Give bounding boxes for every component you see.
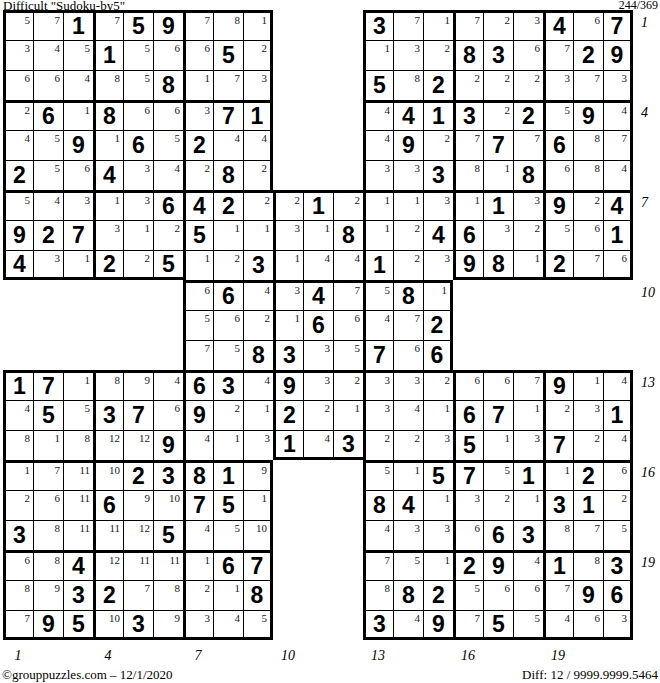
cell-r15-c4[interactable]: 12: [93, 430, 123, 460]
cell-r9-c8[interactable]: 2: [213, 250, 243, 280]
cell-r21-c4[interactable]: 10: [93, 610, 123, 640]
cell-r21-c7[interactable]: 3: [183, 610, 213, 640]
cell-r21-c8[interactable]: 4: [213, 610, 243, 640]
cell-r15-c16[interactable]: 5: [453, 430, 483, 460]
cell-r21-c9[interactable]: 5: [243, 610, 273, 640]
cell-r3-c19[interactable]: 3: [543, 70, 573, 100]
cell-r15-c14[interactable]: 2: [393, 430, 423, 460]
cell-r5-c6[interactable]: 5: [153, 130, 183, 160]
cell-r4-c8[interactable]: 7: [213, 100, 243, 130]
cell-r8-c7[interactable]: 5: [183, 220, 213, 250]
cell-r12-c7[interactable]: 7: [183, 340, 213, 370]
cell-r18-c4[interactable]: 11: [93, 520, 123, 550]
cell-r17-c19[interactable]: 3: [543, 490, 573, 520]
cell-r7-c12[interactable]: 2: [333, 190, 363, 220]
cell-r18-c14[interactable]: 3: [393, 520, 423, 550]
cell-r5-c19[interactable]: 6: [543, 130, 573, 160]
cell-r17-c16[interactable]: 3: [453, 490, 483, 520]
cell-r19-c13[interactable]: 7: [363, 550, 393, 580]
cell-r8-c17[interactable]: 3: [483, 220, 513, 250]
cell-r9-c6[interactable]: 5: [153, 250, 183, 280]
cell-r3-c16[interactable]: 2: [453, 70, 483, 100]
cell-r16-c19[interactable]: 1: [543, 460, 573, 490]
cell-r9-c21[interactable]: 6: [603, 250, 633, 280]
cell-r7-c13[interactable]: 1: [363, 190, 393, 220]
cell-r17-c8[interactable]: 5: [213, 490, 243, 520]
cell-r1-c1[interactable]: 5: [3, 10, 33, 40]
cell-r10-c12[interactable]: 7: [333, 280, 363, 310]
cell-r2-c15[interactable]: 2: [423, 40, 453, 70]
cell-r13-c15[interactable]: 2: [423, 370, 453, 400]
cell-r14-c14[interactable]: 4: [393, 400, 423, 430]
cell-r8-c5[interactable]: 1: [123, 220, 153, 250]
cell-r11-c13[interactable]: 4: [363, 310, 393, 340]
cell-r8-c19[interactable]: 5: [543, 220, 573, 250]
cell-r13-c17[interactable]: 6: [483, 370, 513, 400]
cell-r9-c1[interactable]: 4: [3, 250, 33, 280]
cell-r3-c8[interactable]: 7: [213, 70, 243, 100]
cell-r6-c9[interactable]: 2: [243, 160, 273, 190]
cell-r12-c12[interactable]: 5: [333, 340, 363, 370]
cell-r2-c3[interactable]: 5: [63, 40, 93, 70]
cell-r2-c13[interactable]: 1: [363, 40, 393, 70]
cell-r14-c17[interactable]: 7: [483, 400, 513, 430]
cell-r18-c16[interactable]: 6: [453, 520, 483, 550]
cell-r15-c12[interactable]: 3: [333, 430, 363, 460]
cell-r12-c9[interactable]: 8: [243, 340, 273, 370]
cell-r4-c7[interactable]: 3: [183, 100, 213, 130]
cell-r12-c15[interactable]: 6: [423, 340, 453, 370]
cell-r2-c6[interactable]: 6: [153, 40, 183, 70]
cell-r9-c3[interactable]: 1: [63, 250, 93, 280]
cell-r16-c2[interactable]: 7: [33, 460, 63, 490]
cell-r17-c18[interactable]: 1: [513, 490, 543, 520]
cell-r13-c1[interactable]: 1: [3, 370, 33, 400]
cell-r2-c7[interactable]: 6: [183, 40, 213, 70]
cell-r8-c2[interactable]: 2: [33, 220, 63, 250]
cell-r19-c7[interactable]: 1: [183, 550, 213, 580]
cell-r4-c20[interactable]: 9: [573, 100, 603, 130]
cell-r7-c15[interactable]: 3: [423, 190, 453, 220]
cell-r19-c19[interactable]: 1: [543, 550, 573, 580]
cell-r8-c6[interactable]: 2: [153, 220, 183, 250]
cell-r14-c10[interactable]: 2: [273, 400, 303, 430]
cell-r19-c2[interactable]: 8: [33, 550, 63, 580]
cell-r16-c5[interactable]: 2: [123, 460, 153, 490]
cell-r14-c7[interactable]: 9: [183, 400, 213, 430]
cell-r21-c21[interactable]: 3: [603, 610, 633, 640]
cell-r2-c14[interactable]: 3: [393, 40, 423, 70]
cell-r16-c8[interactable]: 1: [213, 460, 243, 490]
cell-r13-c3[interactable]: 1: [63, 370, 93, 400]
cell-r9-c17[interactable]: 8: [483, 250, 513, 280]
cell-r11-c12[interactable]: 6: [333, 310, 363, 340]
cell-r20-c20[interactable]: 9: [573, 580, 603, 610]
cell-r7-c16[interactable]: 1: [453, 190, 483, 220]
cell-r5-c15[interactable]: 2: [423, 130, 453, 160]
cell-r19-c20[interactable]: 8: [573, 550, 603, 580]
cell-r18-c2[interactable]: 8: [33, 520, 63, 550]
cell-r13-c9[interactable]: 4: [243, 370, 273, 400]
cell-r19-c21[interactable]: 3: [603, 550, 633, 580]
cell-r17-c13[interactable]: 8: [363, 490, 393, 520]
cell-r18-c6[interactable]: 5: [153, 520, 183, 550]
cell-r18-c13[interactable]: 4: [363, 520, 393, 550]
cell-r14-c5[interactable]: 7: [123, 400, 153, 430]
cell-r20-c8[interactable]: 1: [213, 580, 243, 610]
cell-r5-c2[interactable]: 5: [33, 130, 63, 160]
cell-r18-c19[interactable]: 8: [543, 520, 573, 550]
cell-r4-c13[interactable]: 4: [363, 100, 393, 130]
cell-r15-c3[interactable]: 8: [63, 430, 93, 460]
cell-r1-c15[interactable]: 1: [423, 10, 453, 40]
cell-r4-c18[interactable]: 2: [513, 100, 543, 130]
cell-r9-c14[interactable]: 2: [393, 250, 423, 280]
cell-r18-c9[interactable]: 10: [243, 520, 273, 550]
cell-r21-c18[interactable]: 5: [513, 610, 543, 640]
cell-r20-c2[interactable]: 9: [33, 580, 63, 610]
cell-r5-c1[interactable]: 4: [3, 130, 33, 160]
cell-r3-c4[interactable]: 8: [93, 70, 123, 100]
cell-r16-c18[interactable]: 1: [513, 460, 543, 490]
cell-r13-c11[interactable]: 3: [303, 370, 333, 400]
cell-r17-c14[interactable]: 4: [393, 490, 423, 520]
cell-r6-c5[interactable]: 3: [123, 160, 153, 190]
cell-r18-c1[interactable]: 3: [3, 520, 33, 550]
cell-r2-c2[interactable]: 4: [33, 40, 63, 70]
cell-r1-c5[interactable]: 5: [123, 10, 153, 40]
cell-r11-c10[interactable]: 1: [273, 310, 303, 340]
cell-r15-c5[interactable]: 12: [123, 430, 153, 460]
cell-r5-c18[interactable]: 7: [513, 130, 543, 160]
cell-r3-c13[interactable]: 5: [363, 70, 393, 100]
cell-r7-c10[interactable]: 2: [273, 190, 303, 220]
cell-r13-c7[interactable]: 6: [183, 370, 213, 400]
cell-r20-c17[interactable]: 6: [483, 580, 513, 610]
cell-r4-c17[interactable]: 2: [483, 100, 513, 130]
cell-r1-c2[interactable]: 7: [33, 10, 63, 40]
cell-r14-c15[interactable]: 1: [423, 400, 453, 430]
cell-r18-c15[interactable]: 3: [423, 520, 453, 550]
cell-r9-c20[interactable]: 7: [573, 250, 603, 280]
cell-r19-c6[interactable]: 11: [153, 550, 183, 580]
cell-r4-c21[interactable]: 4: [603, 100, 633, 130]
cell-r10-c8[interactable]: 6: [213, 280, 243, 310]
cell-r8-c15[interactable]: 4: [423, 220, 453, 250]
cell-r2-c16[interactable]: 8: [453, 40, 483, 70]
cell-r20-c9[interactable]: 8: [243, 580, 273, 610]
cell-r14-c3[interactable]: 5: [63, 400, 93, 430]
cell-r17-c2[interactable]: 6: [33, 490, 63, 520]
cell-r14-c8[interactable]: 2: [213, 400, 243, 430]
cell-r21-c14[interactable]: 4: [393, 610, 423, 640]
cell-r15-c8[interactable]: 1: [213, 430, 243, 460]
cell-r3-c6[interactable]: 8: [153, 70, 183, 100]
cell-r4-c4[interactable]: 8: [93, 100, 123, 130]
cell-r6-c4[interactable]: 4: [93, 160, 123, 190]
cell-r20-c6[interactable]: 8: [153, 580, 183, 610]
cell-r14-c11[interactable]: 2: [303, 400, 333, 430]
cell-r3-c20[interactable]: 7: [573, 70, 603, 100]
cell-r13-c13[interactable]: 3: [363, 370, 393, 400]
cell-r7-c18[interactable]: 3: [513, 190, 543, 220]
cell-r16-c21[interactable]: 6: [603, 460, 633, 490]
cell-r5-c14[interactable]: 9: [393, 130, 423, 160]
cell-r13-c6[interactable]: 4: [153, 370, 183, 400]
cell-r13-c19[interactable]: 9: [543, 370, 573, 400]
cell-r20-c18[interactable]: 6: [513, 580, 543, 610]
cell-r1-c4[interactable]: 7: [93, 10, 123, 40]
cell-r6-c19[interactable]: 6: [543, 160, 573, 190]
cell-r18-c8[interactable]: 5: [213, 520, 243, 550]
cell-r1-c7[interactable]: 7: [183, 10, 213, 40]
cell-r2-c5[interactable]: 5: [123, 40, 153, 70]
cell-r6-c21[interactable]: 4: [603, 160, 633, 190]
cell-r18-c7[interactable]: 4: [183, 520, 213, 550]
cell-r2-c21[interactable]: 9: [603, 40, 633, 70]
cell-r15-c15[interactable]: 3: [423, 430, 453, 460]
cell-r6-c6[interactable]: 4: [153, 160, 183, 190]
cell-r9-c2[interactable]: 3: [33, 250, 63, 280]
cell-r20-c5[interactable]: 7: [123, 580, 153, 610]
cell-r5-c20[interactable]: 8: [573, 130, 603, 160]
cell-r8-c4[interactable]: 3: [93, 220, 123, 250]
cell-r19-c16[interactable]: 2: [453, 550, 483, 580]
cell-r1-c8[interactable]: 8: [213, 10, 243, 40]
cell-r7-c3[interactable]: 3: [63, 190, 93, 220]
cell-r3-c1[interactable]: 6: [3, 70, 33, 100]
cell-r14-c13[interactable]: 3: [363, 400, 393, 430]
cell-r4-c9[interactable]: 1: [243, 100, 273, 130]
cell-r2-c8[interactable]: 5: [213, 40, 243, 70]
cell-r8-c12[interactable]: 8: [333, 220, 363, 250]
cell-r6-c15[interactable]: 3: [423, 160, 453, 190]
cell-r5-c21[interactable]: 7: [603, 130, 633, 160]
cell-r18-c5[interactable]: 12: [123, 520, 153, 550]
cell-r2-c19[interactable]: 7: [543, 40, 573, 70]
cell-r19-c15[interactable]: 1: [423, 550, 453, 580]
cell-r16-c7[interactable]: 8: [183, 460, 213, 490]
cell-r2-c17[interactable]: 3: [483, 40, 513, 70]
cell-r5-c13[interactable]: 4: [363, 130, 393, 160]
cell-r20-c13[interactable]: 8: [363, 580, 393, 610]
cell-r9-c7[interactable]: 1: [183, 250, 213, 280]
cell-r8-c8[interactable]: 1: [213, 220, 243, 250]
cell-r19-c5[interactable]: 11: [123, 550, 153, 580]
cell-r9-c16[interactable]: 9: [453, 250, 483, 280]
cell-r11-c9[interactable]: 2: [243, 310, 273, 340]
cell-r15-c21[interactable]: 4: [603, 430, 633, 460]
cell-r6-c16[interactable]: 8: [453, 160, 483, 190]
cell-r1-c19[interactable]: 4: [543, 10, 573, 40]
cell-r4-c16[interactable]: 3: [453, 100, 483, 130]
cell-r3-c15[interactable]: 2: [423, 70, 453, 100]
cell-r3-c3[interactable]: 4: [63, 70, 93, 100]
cell-r3-c14[interactable]: 8: [393, 70, 423, 100]
cell-r3-c18[interactable]: 2: [513, 70, 543, 100]
cell-r15-c1[interactable]: 8: [3, 430, 33, 460]
cell-r7-c4[interactable]: 1: [93, 190, 123, 220]
cell-r1-c17[interactable]: 2: [483, 10, 513, 40]
cell-r7-c9[interactable]: 2: [243, 190, 273, 220]
cell-r20-c19[interactable]: 7: [543, 580, 573, 610]
cell-r17-c20[interactable]: 1: [573, 490, 603, 520]
cell-r17-c3[interactable]: 11: [63, 490, 93, 520]
cell-r3-c2[interactable]: 6: [33, 70, 63, 100]
cell-r10-c13[interactable]: 5: [363, 280, 393, 310]
cell-r1-c21[interactable]: 7: [603, 10, 633, 40]
cell-r19-c4[interactable]: 12: [93, 550, 123, 580]
cell-r12-c10[interactable]: 3: [273, 340, 303, 370]
cell-r17-c6[interactable]: 10: [153, 490, 183, 520]
cell-r3-c21[interactable]: 3: [603, 70, 633, 100]
cell-r18-c18[interactable]: 3: [513, 520, 543, 550]
cell-r19-c1[interactable]: 6: [3, 550, 33, 580]
cell-r14-c9[interactable]: 1: [243, 400, 273, 430]
cell-r17-c1[interactable]: 2: [3, 490, 33, 520]
cell-r18-c20[interactable]: 7: [573, 520, 603, 550]
cell-r20-c4[interactable]: 2: [93, 580, 123, 610]
cell-r1-c6[interactable]: 9: [153, 10, 183, 40]
cell-r12-c13[interactable]: 7: [363, 340, 393, 370]
cell-r10-c7[interactable]: 6: [183, 280, 213, 310]
cell-r7-c7[interactable]: 4: [183, 190, 213, 220]
cell-r18-c3[interactable]: 11: [63, 520, 93, 550]
cell-r2-c9[interactable]: 2: [243, 40, 273, 70]
cell-r14-c21[interactable]: 1: [603, 400, 633, 430]
cell-r11-c14[interactable]: 7: [393, 310, 423, 340]
cell-r8-c13[interactable]: 1: [363, 220, 393, 250]
cell-r17-c21[interactable]: 2: [603, 490, 633, 520]
cell-r7-c2[interactable]: 4: [33, 190, 63, 220]
cell-r7-c6[interactable]: 6: [153, 190, 183, 220]
cell-r13-c4[interactable]: 8: [93, 370, 123, 400]
cell-r14-c2[interactable]: 5: [33, 400, 63, 430]
cell-r7-c11[interactable]: 1: [303, 190, 333, 220]
cell-r16-c14[interactable]: 1: [393, 460, 423, 490]
cell-r15-c13[interactable]: 2: [363, 430, 393, 460]
cell-r10-c11[interactable]: 4: [303, 280, 333, 310]
cell-r2-c20[interactable]: 2: [573, 40, 603, 70]
cell-r16-c3[interactable]: 11: [63, 460, 93, 490]
cell-r21-c13[interactable]: 3: [363, 610, 393, 640]
cell-r8-c3[interactable]: 7: [63, 220, 93, 250]
cell-r19-c18[interactable]: 4: [513, 550, 543, 580]
cell-r14-c20[interactable]: 3: [573, 400, 603, 430]
cell-r21-c6[interactable]: 9: [153, 610, 183, 640]
cell-r14-c16[interactable]: 6: [453, 400, 483, 430]
cell-r15-c17[interactable]: 1: [483, 430, 513, 460]
cell-r15-c7[interactable]: 4: [183, 430, 213, 460]
cell-r20-c7[interactable]: 2: [183, 580, 213, 610]
cell-r21-c2[interactable]: 9: [33, 610, 63, 640]
cell-r13-c14[interactable]: 3: [393, 370, 423, 400]
cell-r4-c1[interactable]: 2: [3, 100, 33, 130]
cell-r9-c13[interactable]: 1: [363, 250, 393, 280]
cell-r1-c9[interactable]: 1: [243, 10, 273, 40]
cell-r16-c17[interactable]: 5: [483, 460, 513, 490]
cell-r6-c2[interactable]: 5: [33, 160, 63, 190]
cell-r21-c20[interactable]: 6: [573, 610, 603, 640]
cell-r17-c9[interactable]: 1: [243, 490, 273, 520]
cell-r5-c16[interactable]: 7: [453, 130, 483, 160]
cell-r1-c20[interactable]: 6: [573, 10, 603, 40]
cell-r20-c15[interactable]: 2: [423, 580, 453, 610]
cell-r7-c17[interactable]: 1: [483, 190, 513, 220]
cell-r17-c15[interactable]: 1: [423, 490, 453, 520]
cell-r4-c3[interactable]: 1: [63, 100, 93, 130]
cell-r9-c9[interactable]: 3: [243, 250, 273, 280]
cell-r6-c3[interactable]: 6: [63, 160, 93, 190]
cell-r19-c17[interactable]: 9: [483, 550, 513, 580]
cell-r3-c17[interactable]: 2: [483, 70, 513, 100]
cell-r18-c21[interactable]: 5: [603, 520, 633, 550]
cell-r17-c4[interactable]: 6: [93, 490, 123, 520]
cell-r5-c5[interactable]: 6: [123, 130, 153, 160]
cell-r16-c4[interactable]: 10: [93, 460, 123, 490]
cell-r5-c4[interactable]: 1: [93, 130, 123, 160]
cell-r2-c1[interactable]: 3: [3, 40, 33, 70]
cell-r13-c16[interactable]: 6: [453, 370, 483, 400]
cell-r4-c5[interactable]: 6: [123, 100, 153, 130]
cell-r6-c20[interactable]: 8: [573, 160, 603, 190]
cell-r8-c21[interactable]: 1: [603, 220, 633, 250]
cell-r9-c5[interactable]: 2: [123, 250, 153, 280]
cell-r6-c17[interactable]: 1: [483, 160, 513, 190]
cell-r13-c21[interactable]: 4: [603, 370, 633, 400]
cell-r15-c19[interactable]: 7: [543, 430, 573, 460]
cell-r14-c4[interactable]: 3: [93, 400, 123, 430]
cell-r20-c1[interactable]: 8: [3, 580, 33, 610]
cell-r15-c9[interactable]: 3: [243, 430, 273, 460]
cell-r4-c14[interactable]: 4: [393, 100, 423, 130]
cell-r6-c7[interactable]: 2: [183, 160, 213, 190]
cell-r9-c12[interactable]: 4: [333, 250, 363, 280]
cell-r17-c7[interactable]: 7: [183, 490, 213, 520]
cell-r6-c8[interactable]: 8: [213, 160, 243, 190]
cell-r13-c5[interactable]: 9: [123, 370, 153, 400]
cell-r15-c18[interactable]: 3: [513, 430, 543, 460]
cell-r16-c16[interactable]: 7: [453, 460, 483, 490]
cell-r12-c14[interactable]: 6: [393, 340, 423, 370]
cell-r13-c12[interactable]: 2: [333, 370, 363, 400]
cell-r20-c14[interactable]: 8: [393, 580, 423, 610]
cell-r9-c19[interactable]: 2: [543, 250, 573, 280]
cell-r15-c10[interactable]: 1: [273, 430, 303, 460]
cell-r15-c6[interactable]: 9: [153, 430, 183, 460]
cell-r7-c20[interactable]: 2: [573, 190, 603, 220]
cell-r12-c11[interactable]: 3: [303, 340, 333, 370]
cell-r1-c14[interactable]: 7: [393, 10, 423, 40]
cell-r1-c13[interactable]: 3: [363, 10, 393, 40]
cell-r7-c1[interactable]: 5: [3, 190, 33, 220]
cell-r9-c18[interactable]: 1: [513, 250, 543, 280]
cell-r11-c8[interactable]: 6: [213, 310, 243, 340]
cell-r16-c20[interactable]: 2: [573, 460, 603, 490]
cell-r8-c16[interactable]: 6: [453, 220, 483, 250]
cell-r5-c7[interactable]: 2: [183, 130, 213, 160]
cell-r20-c16[interactable]: 5: [453, 580, 483, 610]
cell-r2-c18[interactable]: 6: [513, 40, 543, 70]
cell-r8-c20[interactable]: 6: [573, 220, 603, 250]
cell-r19-c9[interactable]: 7: [243, 550, 273, 580]
cell-r6-c1[interactable]: 2: [3, 160, 33, 190]
cell-r21-c16[interactable]: 7: [453, 610, 483, 640]
cell-r17-c17[interactable]: 2: [483, 490, 513, 520]
cell-r1-c16[interactable]: 7: [453, 10, 483, 40]
cell-r10-c15[interactable]: 1: [423, 280, 453, 310]
cell-r8-c11[interactable]: 1: [303, 220, 333, 250]
